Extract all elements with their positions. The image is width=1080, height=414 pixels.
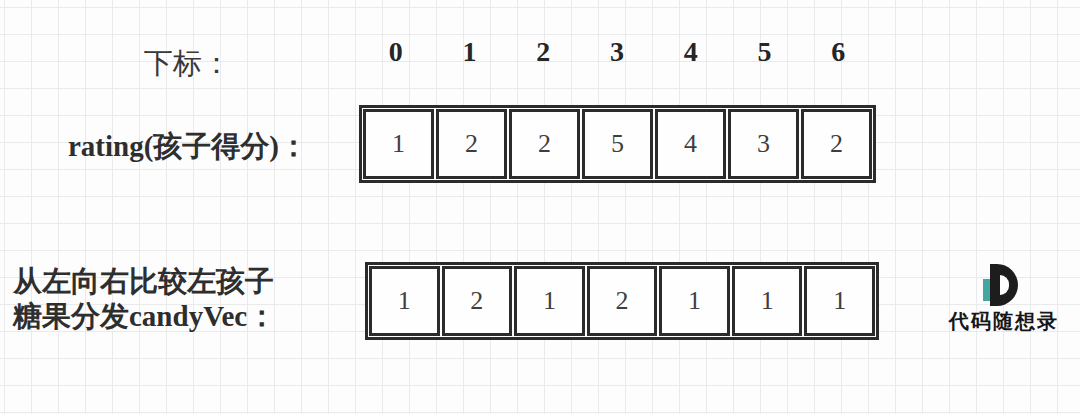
logo-wordmark: 代码随想录 [944, 308, 1064, 335]
index-value: 1 [433, 34, 507, 70]
rating-cell: 5 [582, 109, 653, 179]
rating-cell: 1 [363, 109, 434, 179]
index-row: 0 1 2 3 4 5 6 [359, 34, 875, 70]
rating-cell: 2 [801, 109, 872, 179]
index-value: 3 [580, 34, 654, 70]
candyvec-cell: 1 [369, 266, 440, 336]
logo-d-letter [990, 264, 1018, 306]
index-value: 0 [359, 34, 433, 70]
candyvec-cell: 1 [732, 266, 803, 336]
index-value: 2 [506, 34, 580, 70]
rating-cell: 2 [509, 109, 580, 179]
logo-d-counter [1000, 275, 1009, 295]
candyvec-cell: 1 [514, 266, 585, 336]
candyvec-cell: 2 [442, 266, 513, 336]
candy-algorithm-diagram: 下标： rating(孩子得分)： 从左向右比较左孩子 糖果分发candyVec… [0, 0, 1080, 414]
candy-row-label-line1: 从左向右比较左孩子 [13, 264, 276, 299]
index-value: 6 [801, 34, 875, 70]
candyvec-array: 1 2 1 2 1 1 1 [365, 262, 879, 340]
programmercarl-logo: 代码随想录 [944, 260, 1064, 335]
candy-row-label-line2: 糖果分发candyVec： [13, 299, 276, 334]
candyvec-cell: 2 [587, 266, 658, 336]
candy-row-label: 从左向右比较左孩子 糖果分发candyVec： [13, 264, 276, 334]
logo-d-icon [983, 263, 1023, 308]
index-row-label: 下标： [144, 44, 231, 84]
rating-cell: 2 [436, 109, 507, 179]
rating-cell: 3 [728, 109, 799, 179]
rating-row-label: rating(孩子得分)： [68, 127, 308, 167]
index-value: 5 [728, 34, 802, 70]
candyvec-cell: 1 [804, 266, 875, 336]
candyvec-cell: 1 [659, 266, 730, 336]
index-value: 4 [654, 34, 728, 70]
rating-cell: 4 [655, 109, 726, 179]
rating-array: 1 2 2 5 4 3 2 [359, 105, 876, 183]
